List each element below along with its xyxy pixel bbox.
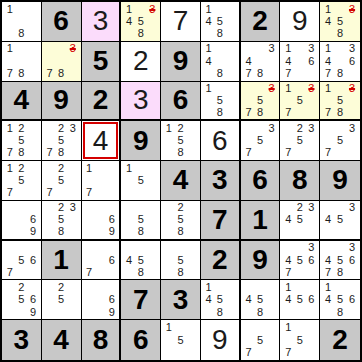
cell-r9c3[interactable]: 8 — [82, 320, 122, 360]
candidate-5: 5 — [294, 294, 306, 306]
cell-r9c9[interactable]: 2 — [320, 320, 360, 360]
solved-digit: 3 — [93, 7, 109, 35]
candidate-7: 7 — [243, 106, 255, 118]
cell-r8c2[interactable]: 25 — [42, 280, 82, 320]
candidate-8: 8 — [135, 28, 147, 40]
candidate-2: 2 — [55, 162, 67, 174]
candidate-8: 8 — [334, 28, 346, 40]
candidate-1: 1 — [84, 162, 95, 174]
cell-r4c7[interactable]: 357 — [241, 121, 281, 161]
cell-r3c4[interactable]: 3 — [121, 82, 161, 122]
cell-r8c9[interactable]: 14568 — [320, 280, 360, 320]
cell-r5c3[interactable]: 17 — [82, 161, 122, 201]
cell-r6c3[interactable]: 69 — [82, 201, 122, 241]
candidate-1: 1 — [123, 162, 135, 174]
candidate-5: 5 — [294, 214, 306, 226]
candidate-3: 3 — [346, 122, 358, 134]
cell-r3c2[interactable]: 9 — [42, 82, 82, 122]
candidate-3: 3 — [306, 122, 318, 134]
candidate-8: 8 — [135, 266, 147, 278]
given-digit: 8 — [292, 166, 308, 194]
cell-r8c4[interactable]: 7 — [121, 280, 161, 320]
candidate-5: 5 — [334, 135, 346, 147]
eliminated-candidate-3: 3 — [346, 83, 358, 95]
cell-r6c8[interactable]: 2345 — [280, 201, 320, 241]
candidate-2: 2 — [16, 162, 28, 174]
cell-r2c2[interactable]: 378 — [42, 42, 82, 82]
candidate-3: 3 — [266, 122, 278, 134]
cell-r8c8[interactable]: 1456 — [280, 280, 320, 320]
candidate-9: 9 — [27, 306, 39, 318]
candidate-5: 5 — [294, 135, 306, 147]
candidate-8: 8 — [214, 67, 225, 79]
candidate-8: 8 — [254, 306, 266, 318]
candidate-3: 3 — [67, 122, 79, 134]
cell-r7c5[interactable]: 58 — [161, 241, 201, 281]
cell-r7c9[interactable]: 345678 — [320, 241, 360, 281]
given-digit: 6 — [53, 7, 69, 35]
candidate-3: 3 — [346, 43, 358, 55]
cell-r3c5[interactable]: 6 — [161, 82, 201, 122]
candidate-2: 2 — [294, 202, 306, 214]
cell-r4c9[interactable]: 357 — [320, 121, 360, 161]
given-digit: 3 — [14, 326, 30, 354]
candidate-7: 7 — [282, 106, 294, 118]
candidate-2: 2 — [55, 122, 67, 134]
candidate-5: 5 — [334, 15, 346, 27]
candidate-8: 8 — [55, 147, 67, 159]
candidate-4: 4 — [322, 254, 334, 266]
given-digit: 7 — [133, 286, 149, 314]
candidate-4: 4 — [203, 294, 214, 306]
candidate-2: 2 — [175, 202, 187, 214]
candidate-5: 5 — [334, 214, 346, 226]
candidate-4: 4 — [203, 55, 214, 67]
eliminated-candidate-3: 3 — [306, 83, 318, 95]
candidate-1: 1 — [282, 43, 294, 55]
cell-r2c3[interactable]: 5 — [82, 42, 122, 82]
cell-r8c3[interactable]: 69 — [82, 280, 122, 320]
cell-r6c9[interactable]: 345 — [320, 201, 360, 241]
candidate-6: 6 — [346, 55, 358, 67]
cell-r7c8[interactable]: 34567 — [280, 241, 320, 281]
cell-r6c6[interactable]: 7 — [201, 201, 241, 241]
candidate-5: 5 — [16, 294, 28, 306]
given-digit: 9 — [173, 47, 189, 75]
candidate-6: 6 — [346, 294, 358, 306]
candidate-8: 8 — [175, 266, 187, 278]
candidate-7: 7 — [44, 147, 56, 159]
cell-r7c6[interactable]: 2 — [201, 241, 241, 281]
candidate-5: 5 — [16, 254, 28, 266]
candidate-4: 4 — [203, 15, 214, 27]
candidate-7: 7 — [4, 266, 16, 278]
given-digit: 9 — [53, 86, 69, 114]
candidate-7: 7 — [243, 67, 255, 79]
cell-r3c7[interactable]: 3578 — [241, 82, 281, 122]
given-digit: 1 — [252, 206, 268, 234]
cell-r1c5[interactable]: 7 — [161, 2, 201, 42]
cell-r6c4[interactable]: 58 — [121, 201, 161, 241]
given-digit: 9 — [252, 246, 268, 274]
solved-digit: 2 — [133, 47, 149, 75]
cell-r8c7[interactable]: 458 — [241, 280, 281, 320]
candidate-8: 8 — [135, 226, 147, 238]
candidate-4: 4 — [322, 15, 334, 27]
given-digit: 4 — [173, 166, 189, 194]
candidate-5: 5 — [214, 94, 225, 106]
candidate-5: 5 — [55, 135, 67, 147]
candidate-6: 6 — [106, 214, 117, 226]
candidate-7: 7 — [4, 67, 16, 79]
candidate-4: 4 — [322, 55, 334, 67]
cell-r4c1[interactable]: 12578 — [2, 121, 42, 161]
candidate-6: 6 — [306, 55, 318, 67]
candidate-5: 5 — [294, 334, 306, 347]
candidate-8: 8 — [214, 28, 225, 40]
cell-r3c6[interactable]: 158 — [201, 82, 241, 122]
cell-r3c9[interactable]: 13578 — [320, 82, 360, 122]
candidate-5: 5 — [254, 94, 266, 106]
candidate-7: 7 — [4, 147, 16, 159]
candidate-8: 8 — [254, 67, 266, 79]
cell-r1c6[interactable]: 1458 — [201, 2, 241, 42]
candidate-7: 7 — [322, 266, 334, 278]
candidate-7: 7 — [322, 147, 334, 159]
cell-r4c8[interactable]: 2357 — [280, 121, 320, 161]
candidate-4: 4 — [282, 55, 294, 67]
given-digit: 2 — [252, 7, 268, 35]
candidate-1: 1 — [203, 43, 214, 55]
candidate-5: 5 — [294, 254, 306, 266]
eliminated-candidate-3: 3 — [67, 43, 79, 55]
given-digit: 7 — [212, 206, 228, 234]
candidate-5: 5 — [55, 294, 67, 306]
candidate-4: 4 — [322, 214, 334, 226]
candidate-1: 1 — [4, 162, 16, 174]
candidate-7: 7 — [4, 187, 16, 199]
candidate-4: 4 — [243, 294, 255, 306]
candidate-4: 4 — [243, 55, 255, 67]
candidate-9: 9 — [27, 226, 39, 238]
cell-r7c2[interactable]: 1 — [42, 241, 82, 281]
cell-r7c7[interactable]: 9 — [241, 241, 281, 281]
candidate-1: 1 — [322, 3, 334, 15]
given-digit: 8 — [93, 326, 109, 354]
cell-r1c8[interactable]: 9 — [280, 2, 320, 42]
candidate-5: 5 — [135, 15, 147, 27]
candidate-7: 7 — [44, 187, 56, 199]
candidate-6: 6 — [346, 254, 358, 266]
candidate-8: 8 — [334, 67, 346, 79]
given-digit: 2 — [332, 326, 348, 354]
candidate-5: 5 — [334, 254, 346, 266]
candidate-4: 4 — [123, 15, 135, 27]
candidate-1: 1 — [163, 321, 175, 334]
candidate-5: 5 — [254, 334, 266, 347]
candidate-8: 8 — [16, 147, 28, 159]
candidate-2: 2 — [16, 281, 28, 293]
candidate-1: 1 — [4, 3, 16, 15]
candidate-5: 5 — [16, 135, 28, 147]
candidate-1: 1 — [322, 43, 334, 55]
cell-r5c5[interactable]: 4 — [161, 161, 201, 201]
candidate-1: 1 — [282, 321, 294, 334]
candidate-3: 3 — [306, 43, 318, 55]
cell-r2c4[interactable]: 2 — [121, 42, 161, 82]
candidate-5: 5 — [135, 214, 147, 226]
candidate-7: 7 — [282, 67, 294, 79]
cell-r5c6[interactable]: 3 — [201, 161, 241, 201]
candidate-3: 3 — [266, 43, 278, 55]
cell-r2c8[interactable]: 13467 — [280, 42, 320, 82]
given-digit: 4 — [14, 86, 30, 114]
cell-r1c4[interactable]: 13458 — [121, 2, 161, 42]
candidate-3: 3 — [346, 242, 358, 254]
sudoku-board: 1863134587145829134581783785291483478134… — [0, 0, 362, 362]
candidate-1: 1 — [123, 3, 135, 15]
cell-r2c9[interactable]: 134678 — [320, 42, 360, 82]
candidate-8: 8 — [214, 106, 225, 118]
candidate-7: 7 — [44, 67, 56, 79]
cell-r8c1[interactable]: 2569 — [2, 280, 42, 320]
given-digit: 1 — [53, 246, 69, 274]
candidate-5: 5 — [135, 174, 147, 186]
candidate-5: 5 — [175, 334, 187, 347]
candidate-8: 8 — [16, 67, 28, 79]
cell-r9c6[interactable]: 9 — [201, 320, 241, 360]
cell-r6c1[interactable]: 69 — [2, 201, 42, 241]
candidate-3: 3 — [346, 202, 358, 214]
candidate-7: 7 — [243, 346, 255, 359]
cell-r8c5[interactable]: 3 — [161, 280, 201, 320]
candidate-7: 7 — [84, 266, 95, 278]
given-digit: 9 — [133, 127, 149, 155]
candidate-2: 2 — [55, 202, 67, 214]
candidate-1: 1 — [282, 281, 294, 293]
cell-r3c8[interactable]: 1357 — [280, 82, 320, 122]
candidate-7: 7 — [243, 147, 255, 159]
cell-r5c2[interactable]: 257 — [42, 161, 82, 201]
candidate-4: 4 — [282, 294, 294, 306]
candidate-4: 4 — [282, 214, 294, 226]
candidate-1: 1 — [4, 122, 16, 134]
candidate-5: 5 — [55, 174, 67, 186]
solved-digit: 9 — [292, 7, 308, 35]
cell-r6c7[interactable]: 1 — [241, 201, 281, 241]
given-digit: 6 — [252, 166, 268, 194]
candidate-6: 6 — [27, 294, 39, 306]
candidate-5: 5 — [55, 214, 67, 226]
candidate-5: 5 — [175, 135, 187, 147]
cell-r5c7[interactable]: 6 — [241, 161, 281, 201]
cell-r4c6[interactable]: 6 — [201, 121, 241, 161]
candidate-7: 7 — [84, 187, 95, 199]
candidate-5: 5 — [214, 15, 225, 27]
cell-r1c1[interactable]: 18 — [2, 2, 42, 42]
cell-r5c9[interactable]: 9 — [320, 161, 360, 201]
candidate-8: 8 — [334, 266, 346, 278]
given-digit: 5 — [93, 47, 109, 75]
candidate-2: 2 — [175, 122, 187, 134]
given-digit: 3 — [173, 286, 189, 314]
cell-r6c2[interactable]: 2358 — [42, 201, 82, 241]
candidate-5: 5 — [135, 254, 147, 266]
candidate-7: 7 — [322, 67, 334, 79]
candidate-5: 5 — [16, 174, 28, 186]
eliminated-candidate-3: 3 — [346, 3, 358, 15]
candidate-8: 8 — [254, 106, 266, 118]
cell-r4c2[interactable]: 23578 — [42, 121, 82, 161]
cell-r7c4[interactable]: 458 — [121, 241, 161, 281]
candidate-7: 7 — [282, 266, 294, 278]
candidate-1: 1 — [203, 281, 214, 293]
cell-r7c1[interactable]: 567 — [2, 241, 42, 281]
cell-r2c6[interactable]: 148 — [201, 42, 241, 82]
cell-r2c1[interactable]: 178 — [2, 42, 42, 82]
candidate-7: 7 — [322, 106, 334, 118]
candidate-8: 8 — [175, 147, 187, 159]
candidate-1: 1 — [4, 43, 16, 55]
cell-r4c4[interactable]: 9 — [121, 121, 161, 161]
candidate-3: 3 — [306, 242, 318, 254]
given-digit: 6 — [133, 326, 149, 354]
candidate-1: 1 — [282, 83, 294, 95]
cell-r9c1[interactable]: 3 — [2, 320, 42, 360]
given-digit: 2 — [93, 86, 109, 114]
solved-digit: 6 — [212, 127, 228, 155]
candidate-9: 9 — [106, 226, 117, 238]
cell-r9c5[interactable]: 15 — [161, 320, 201, 360]
cell-r7c3[interactable]: 67 — [82, 241, 122, 281]
candidate-5: 5 — [334, 94, 346, 106]
cell-r1c7[interactable]: 2 — [241, 2, 281, 42]
given-digit: 2 — [212, 246, 228, 274]
candidate-2: 2 — [16, 122, 28, 134]
candidate-8: 8 — [334, 306, 346, 318]
cell-r6c5[interactable]: 258 — [161, 201, 201, 241]
candidate-2: 2 — [294, 122, 306, 134]
candidate-1: 1 — [322, 83, 334, 95]
candidate-8: 8 — [214, 306, 225, 318]
candidate-6: 6 — [106, 254, 117, 266]
given-digit: 9 — [332, 166, 348, 194]
candidate-6: 6 — [306, 294, 318, 306]
candidate-7: 7 — [282, 346, 294, 359]
cell-r2c7[interactable]: 3478 — [241, 42, 281, 82]
cell-r3c1[interactable]: 4 — [2, 82, 42, 122]
cell-r5c8[interactable]: 8 — [280, 161, 320, 201]
candidate-5: 5 — [334, 294, 346, 306]
cell-r5c1[interactable]: 1257 — [2, 161, 42, 201]
candidate-5: 5 — [175, 254, 187, 266]
cell-r9c7[interactable]: 57 — [241, 320, 281, 360]
solved-digit: 3 — [133, 86, 149, 114]
candidate-5: 5 — [254, 294, 266, 306]
cell-r9c2[interactable]: 4 — [42, 320, 82, 360]
candidate-2: 2 — [55, 281, 67, 293]
cell-r3c3[interactable]: 2 — [82, 82, 122, 122]
candidate-8: 8 — [16, 28, 28, 40]
cell-r1c9[interactable]: 13458 — [320, 2, 360, 42]
given-digit: 4 — [53, 326, 69, 354]
cell-r4c3[interactable]: 4 — [82, 121, 122, 161]
solved-digit: 7 — [173, 7, 189, 35]
candidate-6: 6 — [306, 254, 318, 266]
cell-r8c6[interactable]: 1458 — [201, 280, 241, 320]
candidate-6: 6 — [106, 294, 117, 306]
solved-digit: 4 — [93, 127, 109, 155]
candidate-8: 8 — [175, 226, 187, 238]
candidate-9: 9 — [106, 306, 117, 318]
eliminated-candidate-3: 3 — [266, 83, 278, 95]
cell-r1c2[interactable]: 6 — [42, 2, 82, 42]
candidate-3: 3 — [67, 202, 79, 214]
candidate-4: 4 — [282, 254, 294, 266]
candidate-5: 5 — [294, 94, 306, 106]
eliminated-candidate-3: 3 — [147, 3, 159, 15]
candidate-8: 8 — [55, 67, 67, 79]
cell-r5c4[interactable]: 15 — [121, 161, 161, 201]
candidate-8: 8 — [55, 226, 67, 238]
cell-r1c3[interactable]: 3 — [82, 2, 122, 42]
cell-r4c5[interactable]: 1258 — [161, 121, 201, 161]
candidate-8: 8 — [334, 106, 346, 118]
cell-r9c4[interactable]: 6 — [121, 320, 161, 360]
given-digit: 3 — [212, 166, 228, 194]
candidate-6: 6 — [27, 214, 39, 226]
candidate-1: 1 — [163, 122, 175, 134]
candidate-6: 6 — [27, 254, 39, 266]
candidate-5: 5 — [254, 135, 266, 147]
candidate-7: 7 — [282, 147, 294, 159]
candidate-1: 1 — [203, 3, 214, 15]
candidate-5: 5 — [214, 294, 225, 306]
cell-r2c5[interactable]: 9 — [161, 42, 201, 82]
candidate-4: 4 — [123, 254, 135, 266]
candidate-1: 1 — [322, 281, 334, 293]
candidate-5: 5 — [175, 214, 187, 226]
candidate-1: 1 — [203, 83, 214, 95]
candidate-4: 4 — [322, 294, 334, 306]
cell-r9c8[interactable]: 157 — [280, 320, 320, 360]
given-digit: 6 — [173, 86, 189, 114]
solved-digit: 9 — [212, 326, 228, 354]
candidate-3: 3 — [306, 202, 318, 214]
